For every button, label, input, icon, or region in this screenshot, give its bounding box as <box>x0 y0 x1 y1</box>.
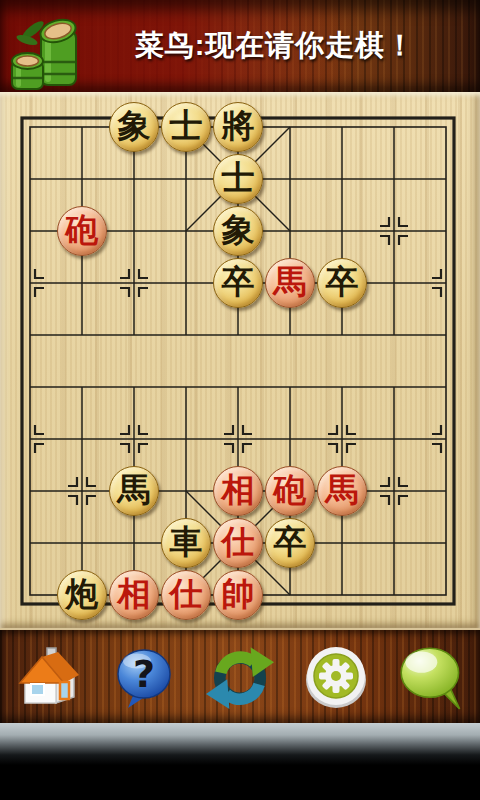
piece-red-elephant[interactable]: 相 <box>213 466 263 516</box>
status-bar: 菜鸟:现在请你走棋！ <box>0 0 480 92</box>
help-icon: ? <box>112 645 176 709</box>
piece-glyph: 砲 <box>66 208 99 253</box>
piece-glyph: 仕 <box>222 520 255 565</box>
piece-black-advisor[interactable]: 士 <box>213 154 263 204</box>
piece-black-cannon[interactable]: 炮 <box>57 570 107 620</box>
piece-glyph: 將 <box>222 104 255 149</box>
home-icon <box>16 645 80 709</box>
piece-black-elephant[interactable]: 象 <box>109 102 159 152</box>
help-button[interactable]: ? <box>96 630 192 723</box>
chat-button[interactable] <box>384 630 480 723</box>
piece-glyph: 帥 <box>222 572 255 617</box>
gear-icon <box>304 645 368 709</box>
piece-black-general[interactable]: 將 <box>213 102 263 152</box>
piece-glyph: 卒 <box>222 260 255 305</box>
bottom-toolbar: ? <box>0 628 480 723</box>
piece-glyph: 馬 <box>326 468 359 513</box>
piece-red-advisor[interactable]: 仕 <box>161 570 211 620</box>
piece-black-horse[interactable]: 馬 <box>109 466 159 516</box>
piece-glyph: 馬 <box>274 260 307 305</box>
piece-black-elephant[interactable]: 象 <box>213 206 263 256</box>
piece-red-elephant[interactable]: 相 <box>109 570 159 620</box>
piece-glyph: 象 <box>222 208 255 253</box>
piece-black-chariot[interactable]: 車 <box>161 518 211 568</box>
system-bar-area <box>0 723 480 800</box>
svg-text:?: ? <box>133 652 155 696</box>
piece-red-horse[interactable]: 馬 <box>317 466 367 516</box>
piece-black-soldier[interactable]: 卒 <box>213 258 263 308</box>
piece-red-advisor[interactable]: 仕 <box>213 518 263 568</box>
piece-glyph: 車 <box>170 520 203 565</box>
piece-glyph: 士 <box>222 156 255 201</box>
piece-red-general[interactable]: 帥 <box>213 570 263 620</box>
piece-glyph: 相 <box>118 572 151 617</box>
xiangqi-board[interactable]: 象士將士砲象卒馬卒馬相砲馬車仕卒炮相仕帥 <box>0 92 480 628</box>
bamboo-cups-icon <box>6 4 88 90</box>
refresh-arrows-icon <box>206 643 274 711</box>
undo-button[interactable] <box>192 630 288 723</box>
piece-glyph: 士 <box>170 104 203 149</box>
piece-glyph: 砲 <box>274 468 307 513</box>
piece-red-cannon[interactable]: 砲 <box>265 466 315 516</box>
piece-black-soldier[interactable]: 卒 <box>265 518 315 568</box>
piece-glyph: 相 <box>222 468 255 513</box>
piece-red-horse[interactable]: 馬 <box>265 258 315 308</box>
piece-black-advisor[interactable]: 士 <box>161 102 211 152</box>
piece-glyph: 炮 <box>66 572 99 617</box>
piece-glyph: 仕 <box>170 572 203 617</box>
chat-bubble-icon <box>398 643 466 711</box>
piece-red-cannon[interactable]: 砲 <box>57 206 107 256</box>
piece-glyph: 馬 <box>118 468 151 513</box>
piece-glyph: 卒 <box>326 260 359 305</box>
home-button[interactable] <box>0 630 96 723</box>
piece-glyph: 象 <box>118 104 151 149</box>
settings-button[interactable] <box>288 630 384 723</box>
piece-glyph: 卒 <box>274 520 307 565</box>
app-screen: 菜鸟:现在请你走棋！ 象士將士砲象卒馬卒馬相砲馬車仕卒炮相仕帥 <box>0 0 480 800</box>
piece-black-soldier[interactable]: 卒 <box>317 258 367 308</box>
